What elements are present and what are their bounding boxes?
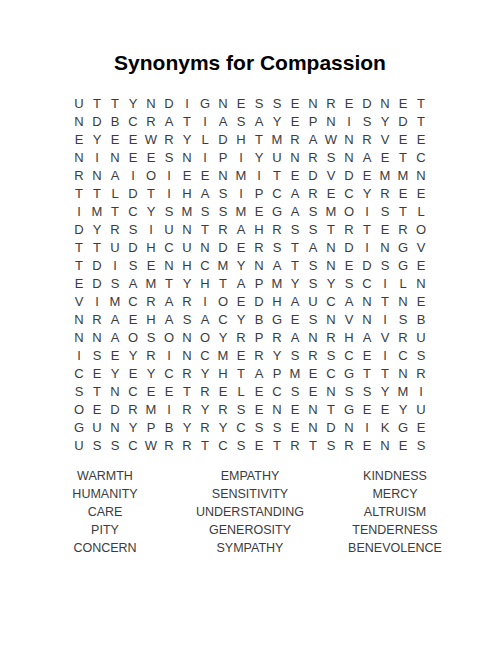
grid-cell[interactable]: E	[232, 94, 250, 112]
grid-cell[interactable]: T	[70, 238, 88, 256]
grid-cell[interactable]: T	[358, 220, 376, 238]
grid-cell[interactable]: I	[88, 292, 106, 310]
grid-cell[interactable]: N	[304, 94, 322, 112]
grid-cell[interactable]: T	[304, 436, 322, 454]
grid-cell[interactable]: R	[214, 400, 232, 418]
grid-cell[interactable]: C	[232, 418, 250, 436]
grid-cell[interactable]: S	[214, 184, 232, 202]
grid-cell[interactable]: T	[88, 184, 106, 202]
grid-cell[interactable]: S	[286, 346, 304, 364]
grid-cell[interactable]: G	[268, 310, 286, 328]
grid-cell[interactable]: A	[304, 238, 322, 256]
grid-cell[interactable]: N	[322, 238, 340, 256]
grid-cell[interactable]: S	[412, 436, 430, 454]
grid-cell[interactable]: E	[376, 148, 394, 166]
grid-cell[interactable]: O	[124, 328, 142, 346]
grid-cell[interactable]: N	[178, 328, 196, 346]
grid-cell[interactable]: H	[178, 184, 196, 202]
grid-cell[interactable]: E	[394, 436, 412, 454]
grid-cell[interactable]: T	[376, 364, 394, 382]
grid-cell[interactable]: N	[376, 436, 394, 454]
grid-cell[interactable]: U	[88, 418, 106, 436]
grid-cell[interactable]: N	[88, 328, 106, 346]
grid-cell[interactable]: E	[358, 400, 376, 418]
grid-cell[interactable]: A	[286, 292, 304, 310]
grid-cell[interactable]: G	[70, 418, 88, 436]
grid-cell[interactable]: S	[124, 256, 142, 274]
grid-cell[interactable]: P	[250, 328, 268, 346]
grid-cell[interactable]: E	[394, 94, 412, 112]
grid-cell[interactable]: R	[304, 148, 322, 166]
grid-cell[interactable]: N	[358, 310, 376, 328]
grid-cell[interactable]: Y	[232, 310, 250, 328]
grid-cell[interactable]: W	[322, 130, 340, 148]
grid-cell[interactable]: R	[178, 292, 196, 310]
grid-cell[interactable]: E	[124, 310, 142, 328]
grid-cell[interactable]: D	[88, 256, 106, 274]
grid-cell[interactable]: E	[286, 166, 304, 184]
grid-cell[interactable]: S	[322, 436, 340, 454]
grid-cell[interactable]: N	[268, 400, 286, 418]
grid-cell[interactable]: T	[70, 256, 88, 274]
grid-cell[interactable]: D	[304, 166, 322, 184]
grid-cell[interactable]: Y	[124, 346, 142, 364]
grid-cell[interactable]: I	[358, 238, 376, 256]
grid-cell[interactable]: E	[160, 382, 178, 400]
grid-cell[interactable]: R	[358, 130, 376, 148]
grid-cell[interactable]: M	[214, 346, 232, 364]
grid-cell[interactable]: N	[196, 238, 214, 256]
grid-cell[interactable]: Y	[88, 220, 106, 238]
grid-cell[interactable]: C	[358, 274, 376, 292]
grid-cell[interactable]: C	[124, 382, 142, 400]
grid-cell[interactable]: E	[286, 418, 304, 436]
grid-cell[interactable]: T	[376, 292, 394, 310]
grid-cell[interactable]: E	[142, 256, 160, 274]
grid-cell[interactable]: Y	[250, 148, 268, 166]
grid-cell[interactable]: T	[88, 238, 106, 256]
grid-cell[interactable]: P	[250, 184, 268, 202]
grid-cell[interactable]: T	[268, 436, 286, 454]
grid-cell[interactable]: N	[304, 400, 322, 418]
grid-cell[interactable]: T	[178, 382, 196, 400]
grid-cell[interactable]: T	[106, 94, 124, 112]
grid-cell[interactable]: E	[412, 292, 430, 310]
grid-cell[interactable]: N	[250, 256, 268, 274]
grid-cell[interactable]: N	[412, 274, 430, 292]
grid-cell[interactable]: C	[70, 364, 88, 382]
grid-cell[interactable]: M	[268, 274, 286, 292]
grid-cell[interactable]: E	[376, 400, 394, 418]
grid-cell[interactable]: S	[214, 202, 232, 220]
grid-cell[interactable]: H	[250, 220, 268, 238]
grid-cell[interactable]: U	[268, 148, 286, 166]
grid-cell[interactable]: G	[340, 400, 358, 418]
grid-cell[interactable]: S	[160, 202, 178, 220]
grid-cell[interactable]: I	[124, 166, 142, 184]
grid-cell[interactable]: S	[268, 418, 286, 436]
grid-cell[interactable]: S	[142, 328, 160, 346]
grid-cell[interactable]: N	[178, 148, 196, 166]
grid-cell[interactable]: S	[160, 148, 178, 166]
grid-cell[interactable]: T	[214, 274, 232, 292]
grid-cell[interactable]: Y	[322, 274, 340, 292]
grid-cell[interactable]: B	[106, 112, 124, 130]
grid-cell[interactable]: D	[214, 130, 232, 148]
grid-cell[interactable]: T	[412, 94, 430, 112]
grid-cell[interactable]: D	[250, 292, 268, 310]
grid-cell[interactable]: E	[340, 94, 358, 112]
grid-cell[interactable]: I	[358, 418, 376, 436]
grid-cell[interactable]: D	[394, 112, 412, 130]
grid-cell[interactable]: S	[358, 382, 376, 400]
grid-cell[interactable]: H	[196, 274, 214, 292]
grid-cell[interactable]: I	[196, 292, 214, 310]
grid-cell[interactable]: V	[412, 238, 430, 256]
grid-cell[interactable]: Y	[142, 364, 160, 382]
grid-cell[interactable]: E	[232, 346, 250, 364]
grid-cell[interactable]: H	[340, 328, 358, 346]
grid-cell[interactable]: E	[88, 400, 106, 418]
grid-cell[interactable]: M	[106, 292, 124, 310]
grid-cell[interactable]: N	[106, 148, 124, 166]
grid-cell[interactable]: C	[214, 310, 232, 328]
grid-cell[interactable]: Y	[196, 364, 214, 382]
grid-cell[interactable]: H	[142, 238, 160, 256]
grid-cell[interactable]: M	[142, 400, 160, 418]
grid-cell[interactable]: N	[214, 166, 232, 184]
grid-cell[interactable]: C	[124, 112, 142, 130]
grid-cell[interactable]: E	[106, 346, 124, 364]
grid-cell[interactable]: M	[286, 364, 304, 382]
grid-cell[interactable]: N	[304, 328, 322, 346]
grid-cell[interactable]: U	[304, 292, 322, 310]
grid-cell[interactable]: I	[412, 382, 430, 400]
grid-cell[interactable]: M	[88, 202, 106, 220]
grid-cell[interactable]: T	[286, 238, 304, 256]
grid-cell[interactable]: C	[340, 184, 358, 202]
grid-cell[interactable]: E	[232, 292, 250, 310]
grid-cell[interactable]: T	[88, 94, 106, 112]
grid-cell[interactable]: D	[358, 94, 376, 112]
grid-cell[interactable]: E	[412, 256, 430, 274]
grid-cell[interactable]: R	[160, 130, 178, 148]
grid-cell[interactable]: E	[250, 382, 268, 400]
grid-cell[interactable]: E	[412, 418, 430, 436]
grid-cell[interactable]: G	[268, 202, 286, 220]
grid-cell[interactable]: R	[142, 112, 160, 130]
grid-cell[interactable]: M	[394, 166, 412, 184]
grid-cell[interactable]: U	[70, 436, 88, 454]
grid-cell[interactable]: T	[394, 148, 412, 166]
grid-cell[interactable]: A	[106, 166, 124, 184]
grid-cell[interactable]: R	[196, 418, 214, 436]
grid-cell[interactable]: C	[124, 202, 142, 220]
grid-cell[interactable]: D	[340, 166, 358, 184]
grid-cell[interactable]: R	[286, 130, 304, 148]
grid-cell[interactable]: T	[178, 112, 196, 130]
grid-cell[interactable]: A	[304, 130, 322, 148]
grid-cell[interactable]: Y	[178, 274, 196, 292]
grid-cell[interactable]: E	[124, 130, 142, 148]
grid-cell[interactable]: Y	[196, 400, 214, 418]
grid-cell[interactable]: N	[178, 346, 196, 364]
grid-cell[interactable]: S	[340, 274, 358, 292]
grid-cell[interactable]: R	[250, 238, 268, 256]
grid-cell[interactable]: U	[106, 238, 124, 256]
grid-cell[interactable]: N	[394, 292, 412, 310]
grid-cell[interactable]: H	[232, 130, 250, 148]
grid-cell[interactable]: P	[214, 148, 232, 166]
grid-cell[interactable]: O	[214, 292, 232, 310]
grid-cell[interactable]: E	[322, 184, 340, 202]
grid-cell[interactable]: M	[322, 202, 340, 220]
grid-cell[interactable]: E	[142, 382, 160, 400]
grid-cell[interactable]: M	[232, 202, 250, 220]
grid-cell[interactable]: E	[340, 256, 358, 274]
grid-cell[interactable]: S	[232, 112, 250, 130]
grid-cell[interactable]: V	[322, 166, 340, 184]
grid-cell[interactable]: O	[196, 328, 214, 346]
grid-cell[interactable]: C	[268, 382, 286, 400]
grid-cell[interactable]: A	[250, 112, 268, 130]
grid-cell[interactable]: K	[376, 418, 394, 436]
grid-cell[interactable]: T	[88, 382, 106, 400]
grid-cell[interactable]: P	[250, 274, 268, 292]
grid-cell[interactable]: C	[214, 436, 232, 454]
grid-cell[interactable]: E	[88, 364, 106, 382]
grid-cell[interactable]: Y	[268, 112, 286, 130]
grid-cell[interactable]: N	[178, 220, 196, 238]
grid-cell[interactable]: N	[376, 94, 394, 112]
grid-cell[interactable]: W	[142, 436, 160, 454]
grid-cell[interactable]: S	[376, 202, 394, 220]
grid-cell[interactable]: O	[142, 166, 160, 184]
grid-cell[interactable]: M	[214, 256, 232, 274]
grid-cell[interactable]: N	[70, 328, 88, 346]
grid-cell[interactable]: E	[394, 184, 412, 202]
grid-cell[interactable]: E	[376, 220, 394, 238]
grid-cell[interactable]: O	[160, 328, 178, 346]
grid-cell[interactable]: I	[142, 220, 160, 238]
grid-cell[interactable]: U	[70, 94, 88, 112]
grid-cell[interactable]: T	[106, 202, 124, 220]
grid-cell[interactable]: L	[232, 382, 250, 400]
grid-cell[interactable]: A	[358, 148, 376, 166]
grid-cell[interactable]: R	[106, 220, 124, 238]
grid-cell[interactable]: S	[196, 202, 214, 220]
grid-cell[interactable]: R	[304, 346, 322, 364]
grid-cell[interactable]: T	[160, 274, 178, 292]
grid-cell[interactable]: R	[394, 328, 412, 346]
grid-cell[interactable]: T	[250, 130, 268, 148]
grid-cell[interactable]: A	[106, 310, 124, 328]
grid-cell[interactable]: I	[160, 166, 178, 184]
grid-cell[interactable]: C	[196, 256, 214, 274]
grid-cell[interactable]: E	[106, 130, 124, 148]
grid-cell[interactable]: E	[178, 166, 196, 184]
grid-cell[interactable]: I	[196, 148, 214, 166]
grid-cell[interactable]: R	[232, 328, 250, 346]
grid-cell[interactable]: N	[106, 418, 124, 436]
grid-cell[interactable]: S	[70, 382, 88, 400]
grid-cell[interactable]: N	[322, 382, 340, 400]
grid-cell[interactable]: D	[124, 238, 142, 256]
grid-cell[interactable]: E	[358, 346, 376, 364]
grid-cell[interactable]: A	[232, 274, 250, 292]
grid-cell[interactable]: C	[124, 436, 142, 454]
grid-cell[interactable]: Y	[178, 418, 196, 436]
grid-cell[interactable]: A	[250, 364, 268, 382]
grid-cell[interactable]: S	[304, 310, 322, 328]
grid-cell[interactable]: D	[340, 238, 358, 256]
grid-cell[interactable]: S	[268, 94, 286, 112]
grid-cell[interactable]: R	[214, 220, 232, 238]
grid-cell[interactable]: I	[88, 148, 106, 166]
grid-cell[interactable]: S	[394, 310, 412, 328]
grid-cell[interactable]: Y	[142, 202, 160, 220]
grid-cell[interactable]: S	[322, 346, 340, 364]
grid-cell[interactable]: R	[160, 436, 178, 454]
grid-cell[interactable]: E	[394, 130, 412, 148]
grid-cell[interactable]: S	[304, 220, 322, 238]
grid-cell[interactable]: E	[358, 436, 376, 454]
grid-cell[interactable]: M	[178, 202, 196, 220]
grid-cell[interactable]: A	[160, 112, 178, 130]
grid-cell[interactable]: T	[196, 220, 214, 238]
grid-cell[interactable]: D	[358, 256, 376, 274]
grid-cell[interactable]: S	[286, 220, 304, 238]
grid-cell[interactable]: N	[322, 310, 340, 328]
grid-cell[interactable]: G	[394, 238, 412, 256]
grid-cell[interactable]: D	[70, 220, 88, 238]
grid-cell[interactable]: C	[160, 364, 178, 382]
grid-cell[interactable]: R	[178, 364, 196, 382]
grid-cell[interactable]: E	[232, 238, 250, 256]
grid-cell[interactable]: Y	[394, 400, 412, 418]
grid-cell[interactable]: U	[178, 238, 196, 256]
grid-cell[interactable]: C	[340, 346, 358, 364]
grid-cell[interactable]: C	[394, 346, 412, 364]
grid-cell[interactable]: S	[412, 346, 430, 364]
grid-cell[interactable]: N	[70, 148, 88, 166]
grid-cell[interactable]: S	[250, 94, 268, 112]
grid-cell[interactable]: I	[70, 346, 88, 364]
grid-cell[interactable]: N	[304, 418, 322, 436]
grid-cell[interactable]: R	[340, 436, 358, 454]
grid-cell[interactable]: A	[196, 184, 214, 202]
grid-cell[interactable]: Y	[88, 130, 106, 148]
grid-cell[interactable]: S	[268, 238, 286, 256]
grid-cell[interactable]: I	[160, 184, 178, 202]
grid-cell[interactable]: I	[178, 94, 196, 112]
grid-cell[interactable]: D	[106, 400, 124, 418]
grid-cell[interactable]: P	[268, 364, 286, 382]
grid-cell[interactable]: O	[412, 220, 430, 238]
grid-cell[interactable]: A	[196, 310, 214, 328]
grid-cell[interactable]: A	[286, 202, 304, 220]
grid-cell[interactable]: M	[394, 382, 412, 400]
grid-cell[interactable]: U	[412, 328, 430, 346]
grid-cell[interactable]: C	[196, 346, 214, 364]
grid-cell[interactable]: N	[88, 166, 106, 184]
grid-cell[interactable]: I	[160, 400, 178, 418]
grid-cell[interactable]: T	[394, 202, 412, 220]
grid-cell[interactable]: T	[286, 256, 304, 274]
grid-cell[interactable]: R	[178, 436, 196, 454]
grid-cell[interactable]: I	[106, 256, 124, 274]
grid-cell[interactable]: N	[322, 256, 340, 274]
grid-cell[interactable]: S	[358, 112, 376, 130]
grid-cell[interactable]: T	[322, 220, 340, 238]
grid-cell[interactable]: S	[286, 382, 304, 400]
grid-cell[interactable]: M	[142, 274, 160, 292]
grid-cell[interactable]: S	[304, 274, 322, 292]
grid-cell[interactable]: S	[88, 346, 106, 364]
grid-cell[interactable]: R	[70, 166, 88, 184]
grid-cell[interactable]: A	[214, 112, 232, 130]
grid-cell[interactable]: L	[196, 130, 214, 148]
grid-cell[interactable]: R	[340, 220, 358, 238]
grid-cell[interactable]: E	[70, 130, 88, 148]
grid-cell[interactable]: V	[376, 328, 394, 346]
grid-cell[interactable]: Y	[178, 130, 196, 148]
grid-cell[interactable]: E	[286, 112, 304, 130]
grid-cell[interactable]: E	[286, 400, 304, 418]
grid-cell[interactable]: E	[358, 166, 376, 184]
grid-cell[interactable]: V	[70, 292, 88, 310]
grid-cell[interactable]: T	[142, 184, 160, 202]
grid-cell[interactable]: Y	[268, 346, 286, 364]
grid-cell[interactable]: E	[304, 382, 322, 400]
grid-cell[interactable]: A	[358, 328, 376, 346]
grid-cell[interactable]: E	[286, 310, 304, 328]
grid-cell[interactable]: A	[340, 292, 358, 310]
grid-cell[interactable]: R	[286, 436, 304, 454]
grid-cell[interactable]: C	[322, 364, 340, 382]
grid-cell[interactable]: G	[394, 256, 412, 274]
grid-cell[interactable]: R	[322, 94, 340, 112]
grid-cell[interactable]: D	[88, 112, 106, 130]
grid-cell[interactable]: N	[142, 94, 160, 112]
grid-cell[interactable]: N	[286, 148, 304, 166]
grid-cell[interactable]: I	[250, 166, 268, 184]
grid-cell[interactable]: R	[88, 310, 106, 328]
grid-cell[interactable]: N	[106, 382, 124, 400]
grid-cell[interactable]: S	[304, 256, 322, 274]
grid-cell[interactable]: C	[322, 292, 340, 310]
grid-cell[interactable]: I	[376, 274, 394, 292]
grid-cell[interactable]: H	[142, 310, 160, 328]
grid-cell[interactable]: A	[124, 274, 142, 292]
grid-cell[interactable]: A	[106, 328, 124, 346]
grid-cell[interactable]: T	[70, 184, 88, 202]
grid-cell[interactable]: A	[160, 292, 178, 310]
grid-cell[interactable]: O	[70, 400, 88, 418]
grid-cell[interactable]: E	[304, 364, 322, 382]
grid-cell[interactable]: S	[304, 202, 322, 220]
grid-cell[interactable]: N	[322, 112, 340, 130]
grid-cell[interactable]: N	[160, 256, 178, 274]
grid-cell[interactable]: I	[376, 310, 394, 328]
grid-cell[interactable]: E	[124, 364, 142, 382]
grid-cell[interactable]: L	[412, 202, 430, 220]
grid-cell[interactable]: Y	[214, 418, 232, 436]
grid-cell[interactable]: N	[340, 148, 358, 166]
grid-cell[interactable]: I	[358, 202, 376, 220]
grid-cell[interactable]: R	[142, 346, 160, 364]
grid-cell[interactable]: I	[196, 112, 214, 130]
